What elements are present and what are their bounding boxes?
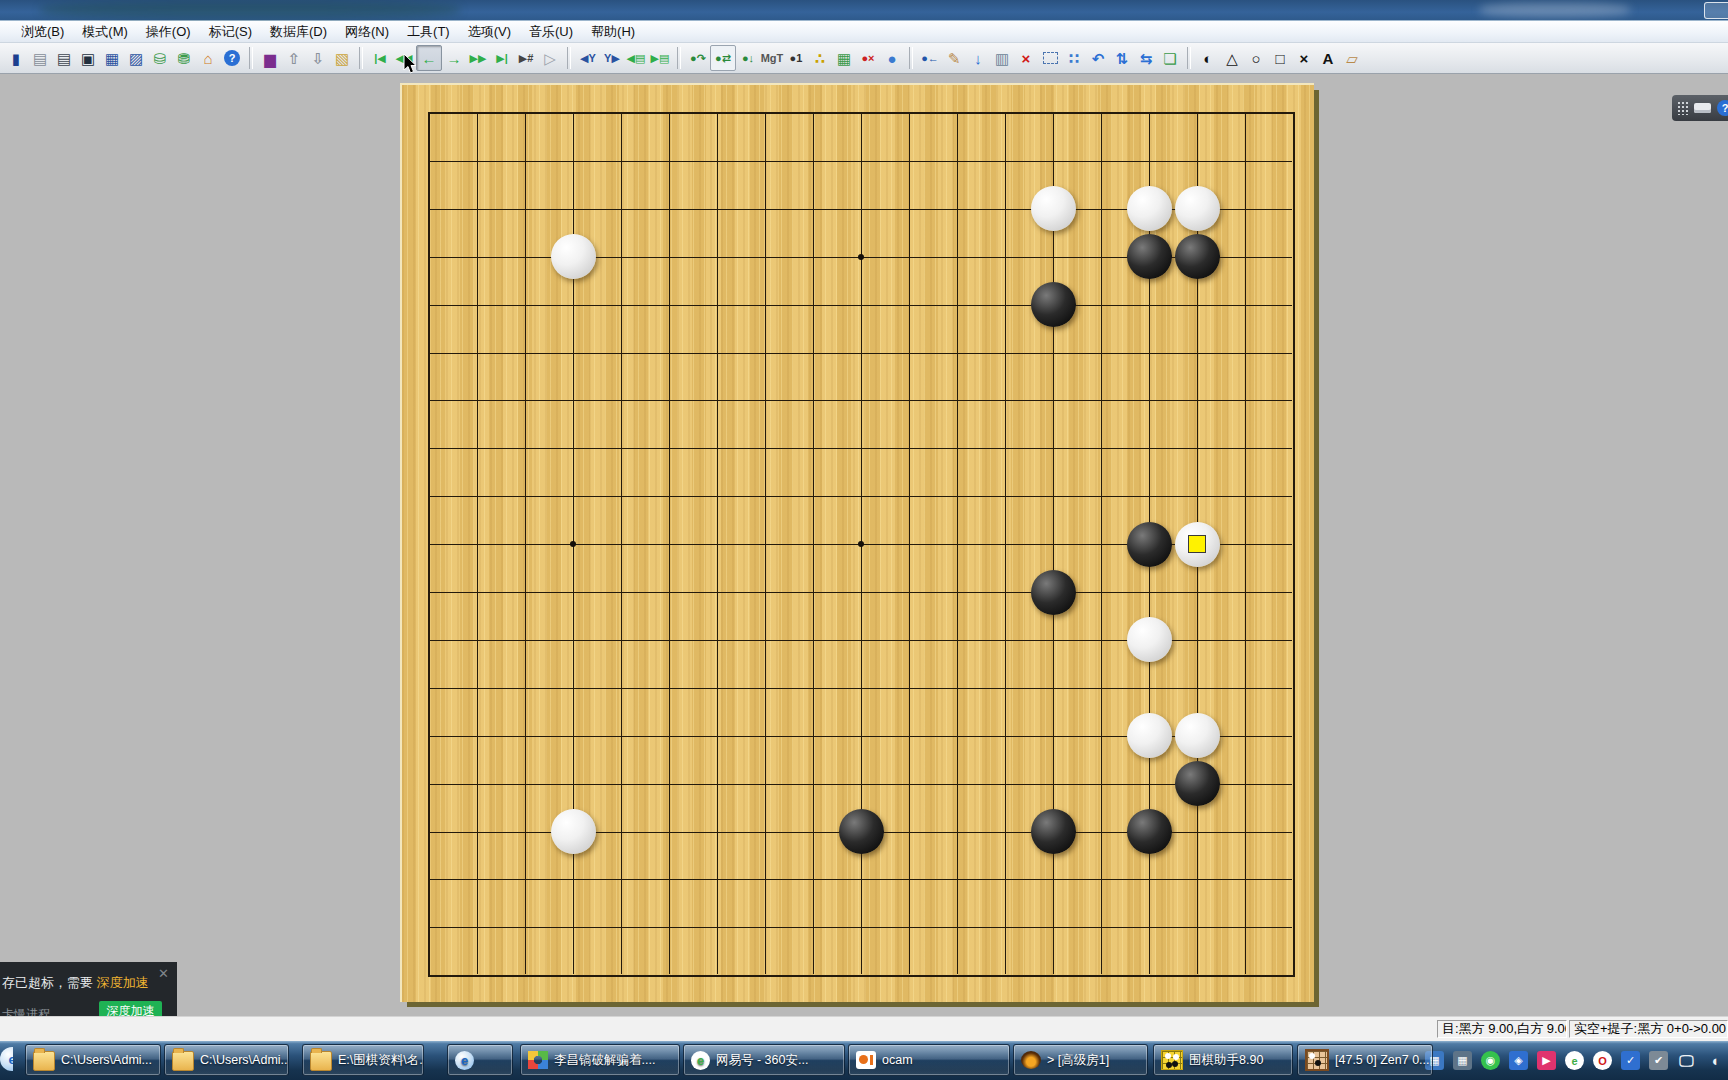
glyph: ▧ (335, 51, 349, 66)
glyph: ▶▶ (470, 53, 487, 64)
list-icon[interactable]: ▥ (990, 46, 1014, 70)
flip-vertical-icon[interactable]: ⇅ (1110, 46, 1134, 70)
glyph: ❏ (1163, 51, 1176, 66)
glyph: ●1 (790, 53, 803, 64)
toolbar-separator (249, 47, 253, 69)
help-icon[interactable]: ? (220, 46, 244, 70)
glyph: ▱ (1346, 51, 1358, 66)
stone-color-toggle-icon[interactable]: ◐ (1196, 46, 1220, 70)
toolbar-separator (1187, 47, 1191, 69)
360-browser-icon (528, 1051, 548, 1069)
variation-toggle-icon[interactable]: ●⇄ (710, 45, 736, 71)
grid-hline (430, 784, 1292, 785)
taskbar-button-label: > [高级房1] (1047, 1052, 1109, 1069)
glyph: ⌂ (203, 51, 212, 66)
select-rect-glyph (1043, 52, 1058, 64)
grid-hline (430, 879, 1292, 880)
cascade-icon[interactable]: ❏ (1158, 46, 1182, 70)
stone-black-Q16 (1127, 234, 1172, 279)
status-territory: 目:黑方 9.00,白方 9.00 (1437, 1020, 1567, 1038)
glyph: ↓ (974, 51, 982, 66)
glyph: ▶| (496, 53, 508, 64)
stone-white-Q8 (1127, 617, 1172, 662)
triangle-mark-icon[interactable]: △ (1220, 46, 1244, 70)
gallery-icon[interactable]: ▧ (330, 46, 354, 70)
toolbar-group-marks: ◐△○□×A▱ (1196, 46, 1364, 70)
ime-language-bar[interactable]: ? (1672, 95, 1728, 121)
rotate-icon[interactable]: ↶ (1086, 46, 1110, 70)
glyph: ○ (1251, 51, 1260, 66)
network-icon[interactable]: 🖵 (1677, 1051, 1696, 1070)
folder-icon (310, 1051, 332, 1071)
wechat-icon[interactable]: ◉ (1481, 1051, 1500, 1070)
taskbar-button-label: 李昌镐破解骗着.... (554, 1052, 655, 1069)
green-e-icon[interactable]: e (1565, 1051, 1584, 1070)
glyph: ●↷ (690, 53, 706, 64)
glyph: ●↓ (742, 53, 754, 64)
db-get-icon[interactable]: ⛃ (172, 46, 196, 70)
print-icon[interactable]: ▤ (28, 46, 52, 70)
ocam-icon (856, 1051, 876, 1069)
toolbar-separator (909, 47, 913, 69)
taskbar-button-10[interactable]: [47.5 0] Zen7 0... (1297, 1044, 1433, 1076)
glyph: ▶# (519, 53, 534, 64)
shield-blue-icon[interactable]: ◈ (1509, 1051, 1528, 1070)
toolbar-group-file: ▮▤▤▣▦▨⛁⛃⌂? (4, 46, 244, 70)
glyph: ▷ (544, 51, 556, 66)
titlebar-blur-blob (1480, 3, 1630, 17)
goto-move-icon[interactable]: ▶# (514, 46, 538, 70)
game-back-icon[interactable]: ◀▤ (624, 46, 648, 70)
popup-message: 存已超标，需要 深度加速 (2, 974, 149, 992)
image-export-icon[interactable]: ▨ (124, 46, 148, 70)
glyph: A (1323, 51, 1334, 66)
tree-icon[interactable]: ∴ (808, 46, 832, 70)
try-move-icon[interactable]: ●↷ (686, 46, 710, 70)
toolbar-separator (359, 47, 363, 69)
glyph: ◀Y (580, 53, 596, 64)
db-sync-icon[interactable]: ⛁ (148, 46, 172, 70)
stone-black-R5 (1175, 761, 1220, 806)
grid-vline (909, 114, 910, 974)
video-pink-icon[interactable]: ▶ (1537, 1051, 1556, 1070)
grid-vline (957, 114, 958, 974)
taskbar-button-label: [47.5 0] Zen7 0... (1335, 1053, 1430, 1067)
last-move-marker (1188, 535, 1206, 553)
menu-item-5[interactable]: 数据库(D) (261, 21, 336, 43)
menu-item-7[interactable]: 工具(T) (398, 21, 459, 43)
doc-icon[interactable]: ▤ (52, 46, 76, 70)
book-icon[interactable]: ▆ (258, 46, 282, 70)
menu-item-1[interactable]: 浏览(B) (12, 21, 73, 43)
glyph: □ (1275, 51, 1284, 66)
x-mark-icon[interactable]: × (1292, 46, 1316, 70)
taskbar-button-7[interactable]: ocam (848, 1044, 1010, 1076)
select-rect-icon[interactable] (1038, 46, 1062, 70)
stone-black-O4 (1031, 809, 1076, 854)
grid-vline (1101, 114, 1102, 974)
menu-item-6[interactable]: 网络(N) (336, 21, 398, 43)
popup-close-icon[interactable]: ✕ (158, 966, 169, 981)
taskbar-button-2[interactable]: C:\Users\Admi... (164, 1044, 289, 1076)
flip-horizontal-icon[interactable]: ⇆ (1134, 46, 1158, 70)
glyph: ▶▤ (651, 53, 670, 64)
branch-forward-icon[interactable]: Y▶ (600, 46, 624, 70)
taskbar-button-1[interactable]: C:\Users\Admi... (25, 1044, 161, 1076)
first-move-icon[interactable]: |◀ (368, 46, 392, 70)
last-move-icon[interactable]: ▶| (490, 46, 514, 70)
taskbar-button-label: 围棋助手8.90 (1189, 1052, 1263, 1069)
glyph: ∴ (815, 51, 825, 66)
red-o-icon[interactable]: O (1593, 1051, 1612, 1070)
pattern-icon[interactable]: ∷ (1062, 46, 1086, 70)
glyph: ▮ (12, 51, 20, 66)
square-mark-icon[interactable]: □ (1268, 46, 1292, 70)
glyph: ⛃ (178, 51, 191, 66)
stone-white-R6 (1175, 713, 1220, 758)
title-bar (0, 0, 1728, 21)
glyph: MgT (761, 53, 784, 64)
shield-check-icon[interactable]: ✓ (1621, 1051, 1640, 1070)
glyph: ▦ (105, 51, 119, 66)
stone-white-O17 (1031, 186, 1076, 231)
taskbar-button-label: C:\Users\Admi... (61, 1053, 152, 1067)
keyboard-icon[interactable] (1694, 103, 1711, 113)
toolbar-separator (677, 47, 681, 69)
menu-item-10[interactable]: 帮助(H) (582, 21, 644, 43)
globe-icon[interactable]: ● (880, 46, 904, 70)
game-forward-icon[interactable]: ▶▤ (648, 46, 672, 70)
star-point (858, 254, 864, 260)
down-icon[interactable]: ⇩ (306, 46, 330, 70)
glyph: ◀▤ (627, 53, 646, 64)
mouse-cursor (403, 54, 419, 76)
glyph: |◀ (374, 53, 386, 64)
glyph: ◐ (1203, 51, 1212, 66)
circle-mark-icon[interactable]: ○ (1244, 46, 1268, 70)
grid-hline (430, 927, 1292, 928)
stone-black-O9 (1031, 570, 1076, 615)
glyph: ∷ (1069, 51, 1079, 66)
status-score: 实空+提子:黑方 0+0->0.00 目 (1569, 1020, 1728, 1038)
folder-icon (33, 1051, 55, 1071)
toolbar-group-edit: ●←✎↓▥×∷↶⇅⇆❏ (918, 46, 1182, 70)
glyph: ← (422, 51, 437, 66)
glyph: ⇧ (288, 51, 301, 66)
flame-icon (1021, 1051, 1041, 1069)
stone-white-R17 (1175, 186, 1220, 231)
autoplay-icon[interactable]: ▷ (538, 46, 562, 70)
glyph: ▤ (33, 51, 47, 66)
speaker-icon[interactable]: ◖ (1705, 1051, 1724, 1070)
menu-bar: 浏览(B)模式(M)操作(O)标记(S)数据库(D)网络(N)工具(T)选项(V… (0, 21, 1728, 43)
zone-board-icon[interactable]: ▦ (832, 46, 856, 70)
toolbar-group-navigation: |◀◀◀←→▶▶▶|▶#▷ (368, 45, 562, 71)
stone-white-Q17 (1127, 186, 1172, 231)
system-tray: ▦▦◉◈▶eO✓✔🖵◖ (1425, 1041, 1728, 1080)
up-icon[interactable]: ⇧ (282, 46, 306, 70)
toolbar-group-branch: ◀YY▶◀▤▶▤ (576, 46, 672, 70)
branch-back-icon[interactable]: ◀Y (576, 46, 600, 70)
window-control-button[interactable] (1704, 2, 1728, 19)
stone-black-K4 (839, 809, 884, 854)
go-board-tan-icon (1305, 1049, 1329, 1071)
titlebar-blur-blob (40, 2, 460, 18)
mgt-icon[interactable]: MgT (760, 46, 784, 70)
home-icon[interactable]: ⌂ (196, 46, 220, 70)
glyph: × (1300, 51, 1309, 66)
taskbar-button-label: ocam (882, 1053, 913, 1067)
folder-icon (172, 1051, 194, 1071)
glyph: × (1022, 51, 1031, 66)
glyph: ▤ (57, 51, 71, 66)
green-e-icon: e (691, 1051, 710, 1070)
stone-black-R16 (1175, 234, 1220, 279)
taskbar-button-label: 网易号 - 360安... (716, 1052, 808, 1069)
glyph: ⇅ (1116, 51, 1129, 66)
ime-help-icon[interactable]: ? (1717, 100, 1728, 116)
grid-vline (1005, 114, 1006, 974)
glyph: Y▶ (604, 53, 620, 64)
glyph: ⇩ (312, 51, 325, 66)
forward-icon[interactable]: → (442, 46, 466, 70)
go-board-yellow-icon (1161, 1050, 1183, 1070)
usb-check-icon[interactable]: ✔ (1649, 1051, 1668, 1070)
glyph: ↶ (1092, 51, 1105, 66)
move-number-icon[interactable]: ●1 (784, 46, 808, 70)
stone-white-D4 (551, 809, 596, 854)
glyph: → (447, 51, 462, 66)
ie-icon: e (0, 1047, 13, 1071)
glyph: ▦ (837, 51, 851, 66)
taskbar-button-label: E:\围棋资料\名... (338, 1052, 424, 1069)
menu-item-3[interactable]: 操作(O) (137, 21, 200, 43)
glyph: ●× (861, 53, 874, 64)
delete-icon[interactable]: × (1014, 46, 1038, 70)
toolbar-group-moves: ●↷●⇄●↓MgT●1∴▦●×● (686, 45, 904, 71)
glyph: ▣ (81, 51, 95, 66)
drag-handle-dots-icon[interactable] (1677, 101, 1688, 115)
glyph: ●← (921, 53, 939, 64)
glyph: △ (1226, 51, 1238, 66)
status-bar: 目:黑方 9.00,白方 9.00 实空+提子:黑方 0+0->0.00 目 (0, 1016, 1728, 1042)
glyph: ● (887, 51, 896, 66)
go-board[interactable] (400, 83, 1314, 1002)
grid-setup-icon[interactable]: ▦ (100, 46, 124, 70)
taskbar-button-3[interactable]: E:\围棋资料\名... (302, 1044, 424, 1076)
toolbar-group-library: ▆⇧⇩▧ (258, 46, 354, 70)
taskbar: e ▦▦◉◈▶eO✓✔🖵◖ C:\Users\Admi...C:\Users\A… (0, 1041, 1728, 1080)
glyph: ●⇄ (715, 53, 731, 64)
stone-black-O15 (1031, 282, 1076, 327)
toolbar: ▮▤▤▣▦▨⛁⛃⌂?▆⇧⇩▧|◀◀◀←→▶▶▶|▶#▷◀YY▶◀▤▶▤●↷●⇄●… (0, 43, 1728, 74)
menu-item-9[interactable]: 音乐(U) (520, 21, 582, 43)
letter-mark-icon[interactable]: A (1316, 46, 1340, 70)
eraser-icon[interactable]: ▱ (1340, 46, 1364, 70)
save-icon[interactable]: ▮ (4, 46, 28, 70)
grid-vline (1245, 114, 1246, 974)
menu-item-4[interactable]: 标记(S) (200, 21, 261, 43)
taskbar-button-6[interactable]: e网易号 - 360安... (683, 1044, 845, 1076)
draw-icon[interactable]: ✎ (942, 46, 966, 70)
child-move-icon[interactable]: ●↓ (736, 46, 760, 70)
menu-item-8[interactable]: 选项(V) (459, 21, 520, 43)
taskbar-button-9[interactable]: 围棋助手8.90 (1153, 1044, 1293, 1076)
help-glyph: ? (224, 50, 240, 66)
usb-gray-icon[interactable]: ▦ (1453, 1051, 1472, 1070)
glyph: ▨ (129, 51, 143, 66)
taskbar-button-8[interactable]: > [高级房1] (1013, 1044, 1148, 1076)
toolbar-separator (567, 47, 571, 69)
download-icon[interactable]: ↓ (966, 46, 990, 70)
glyph: ⇆ (1140, 51, 1153, 66)
stone-white-Q6 (1127, 713, 1172, 758)
stone-white-D16 (551, 234, 596, 279)
stone-black-Q10 (1127, 522, 1172, 567)
glyph: ✎ (948, 51, 961, 66)
back-icon[interactable]: ← (416, 45, 442, 71)
stone-white-R10 (1175, 522, 1220, 567)
delete-move-icon[interactable]: ●× (856, 46, 880, 70)
taskbar-clipped-browser-icon[interactable]: e (0, 1047, 13, 1073)
popup-message-text: 存已超标，需要 (2, 975, 97, 990)
grid-hline (430, 688, 1292, 689)
board-edit-icon[interactable]: ▣ (76, 46, 100, 70)
glyph: ⛁ (154, 51, 167, 66)
taskbar-button-5[interactable]: 李昌镐破解骗着.... (520, 1044, 680, 1076)
popup-message-highlight[interactable]: 深度加速 (97, 975, 149, 990)
glyph: ▥ (995, 51, 1009, 66)
ie-blue-icon: e (455, 1051, 474, 1070)
menu-item-2[interactable]: 模式(M) (73, 21, 137, 43)
taskbar-button-4[interactable]: e (447, 1044, 513, 1076)
taskbar-button-label: C:\Users\Admi... (200, 1053, 289, 1067)
stone-back-icon[interactable]: ●← (918, 46, 942, 70)
glyph: ▆ (264, 51, 276, 66)
grid-hline (430, 592, 1292, 593)
fast-forward-icon[interactable]: ▶▶ (466, 46, 490, 70)
stone-black-Q4 (1127, 809, 1172, 854)
